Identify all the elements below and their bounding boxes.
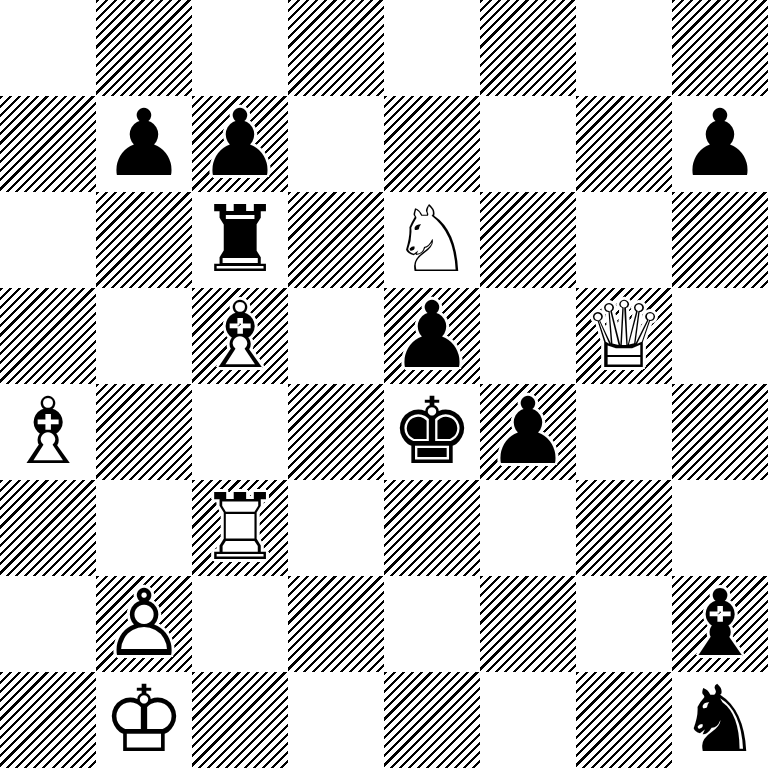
square-c4[interactable] (192, 384, 288, 480)
black-knight[interactable]: ♞♞ (672, 672, 768, 768)
white-bishop-glyph: ♗ (0, 384, 96, 480)
square-e8[interactable] (384, 0, 480, 96)
square-c3[interactable]: ♜♖ (192, 480, 288, 576)
square-b5[interactable] (96, 288, 192, 384)
square-f6[interactable] (480, 192, 576, 288)
square-g2[interactable] (576, 576, 672, 672)
square-a1[interactable] (0, 672, 96, 768)
square-h3[interactable] (672, 480, 768, 576)
white-rook[interactable]: ♜♖ (192, 480, 288, 576)
black-knight-glyph: ♞ (672, 672, 768, 768)
square-d1[interactable] (288, 672, 384, 768)
square-b4[interactable] (96, 384, 192, 480)
square-e5[interactable]: ♟♟ (384, 288, 480, 384)
square-d8[interactable] (288, 0, 384, 96)
square-c7[interactable]: ♟♟ (192, 96, 288, 192)
square-c2[interactable] (192, 576, 288, 672)
black-pawn[interactable]: ♟♟ (192, 96, 288, 192)
square-e6[interactable]: ♞♘ (384, 192, 480, 288)
black-pawn[interactable]: ♟♟ (672, 96, 768, 192)
black-pawn-glyph: ♟ (480, 384, 576, 480)
square-b6[interactable] (96, 192, 192, 288)
square-a2[interactable] (0, 576, 96, 672)
white-queen-glyph: ♕ (576, 288, 672, 384)
square-e7[interactable] (384, 96, 480, 192)
white-bishop-glyph: ♗ (192, 288, 288, 384)
white-bishop[interactable]: ♝♗ (0, 384, 96, 480)
square-h6[interactable] (672, 192, 768, 288)
square-d7[interactable] (288, 96, 384, 192)
square-h1[interactable]: ♞♞ (672, 672, 768, 768)
square-b2[interactable]: ♟♙ (96, 576, 192, 672)
white-pawn-glyph: ♙ (96, 576, 192, 672)
square-d6[interactable] (288, 192, 384, 288)
square-g7[interactable] (576, 96, 672, 192)
square-d2[interactable] (288, 576, 384, 672)
square-b8[interactable] (96, 0, 192, 96)
white-bishop[interactable]: ♝♗ (192, 288, 288, 384)
square-g8[interactable] (576, 0, 672, 96)
square-f5[interactable] (480, 288, 576, 384)
square-d3[interactable] (288, 480, 384, 576)
black-pawn-glyph: ♟ (192, 96, 288, 192)
square-f3[interactable] (480, 480, 576, 576)
square-b1[interactable]: ♚♔ (96, 672, 192, 768)
square-c6[interactable]: ♜♜ (192, 192, 288, 288)
white-rook-glyph: ♖ (192, 480, 288, 576)
square-f1[interactable] (480, 672, 576, 768)
black-pawn[interactable]: ♟♟ (384, 288, 480, 384)
white-knight-glyph: ♘ (384, 192, 480, 288)
black-pawn-glyph: ♟ (672, 96, 768, 192)
square-f2[interactable] (480, 576, 576, 672)
square-h7[interactable]: ♟♟ (672, 96, 768, 192)
black-bishop[interactable]: ♝♝ (672, 576, 768, 672)
square-g5[interactable]: ♛♕ (576, 288, 672, 384)
black-rook-glyph: ♜ (192, 192, 288, 288)
white-king-glyph: ♔ (96, 672, 192, 768)
square-e1[interactable] (384, 672, 480, 768)
square-a6[interactable] (0, 192, 96, 288)
black-king[interactable]: ♚♚ (384, 384, 480, 480)
white-king[interactable]: ♚♔ (96, 672, 192, 768)
black-rook[interactable]: ♜♜ (192, 192, 288, 288)
black-pawn[interactable]: ♟♟ (480, 384, 576, 480)
square-h2[interactable]: ♝♝ (672, 576, 768, 672)
square-g3[interactable] (576, 480, 672, 576)
white-knight[interactable]: ♞♘ (384, 192, 480, 288)
black-pawn[interactable]: ♟♟ (96, 96, 192, 192)
square-e3[interactable] (384, 480, 480, 576)
white-pawn[interactable]: ♟♙ (96, 576, 192, 672)
square-f4[interactable]: ♟♟ (480, 384, 576, 480)
square-f7[interactable] (480, 96, 576, 192)
square-h5[interactable] (672, 288, 768, 384)
black-pawn-glyph: ♟ (384, 288, 480, 384)
square-g4[interactable] (576, 384, 672, 480)
square-a5[interactable] (0, 288, 96, 384)
square-c1[interactable] (192, 672, 288, 768)
square-a3[interactable] (0, 480, 96, 576)
white-queen[interactable]: ♛♕ (576, 288, 672, 384)
square-b7[interactable]: ♟♟ (96, 96, 192, 192)
square-h4[interactable] (672, 384, 768, 480)
square-e4[interactable]: ♚♚ (384, 384, 480, 480)
square-c5[interactable]: ♝♗ (192, 288, 288, 384)
square-d5[interactable] (288, 288, 384, 384)
square-g6[interactable] (576, 192, 672, 288)
square-a8[interactable] (0, 0, 96, 96)
black-pawn-glyph: ♟ (96, 96, 192, 192)
square-g1[interactable] (576, 672, 672, 768)
square-h8[interactable] (672, 0, 768, 96)
square-a4[interactable]: ♝♗ (0, 384, 96, 480)
chess-board: ♟♟♟♟♟♟♜♜♞♘♝♗♟♟♛♕♝♗♚♚♟♟♜♖♟♙♝♝♚♔♞♞ (0, 0, 768, 768)
square-f8[interactable] (480, 0, 576, 96)
square-b3[interactable] (96, 480, 192, 576)
black-king-glyph: ♚ (384, 384, 480, 480)
black-bishop-glyph: ♝ (672, 576, 768, 672)
square-e2[interactable] (384, 576, 480, 672)
square-d4[interactable] (288, 384, 384, 480)
square-c8[interactable] (192, 0, 288, 96)
square-a7[interactable] (0, 96, 96, 192)
